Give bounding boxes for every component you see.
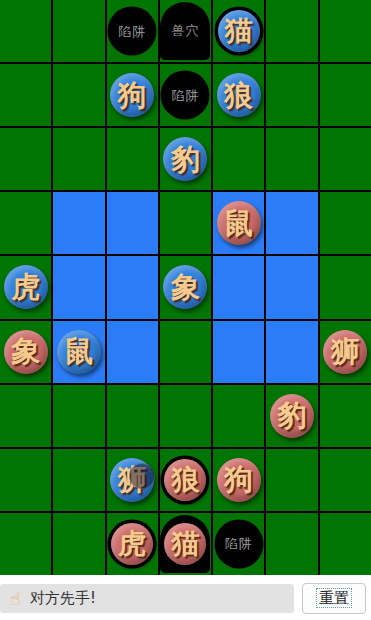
board-cell-r8c1[interactable] <box>53 513 104 575</box>
board-cell-r6c5[interactable]: 豹 <box>266 385 317 447</box>
board-cell-r1c5[interactable] <box>266 64 317 126</box>
board-cell-r4c2[interactable] <box>107 256 158 318</box>
board-cell-r1c4[interactable]: 狼 <box>213 64 264 126</box>
board-cell-r7c4[interactable]: 狗 <box>213 449 264 511</box>
board-cell-r5c3[interactable] <box>160 321 211 383</box>
trap-marker: 陷阱 <box>108 7 157 56</box>
board-cell-r3c1[interactable] <box>53 192 104 254</box>
board-cell-r1c6[interactable] <box>320 64 371 126</box>
board-cell-r0c5[interactable] <box>266 0 317 62</box>
reset-button-label: 重置 <box>317 589 351 607</box>
red-dog-piece[interactable]: 狗 <box>217 458 261 502</box>
trap-marker: 陷阱 <box>214 519 263 568</box>
board-cell-r5c6[interactable]: 狮 <box>320 321 371 383</box>
blue-cat-piece[interactable]: 猫 <box>218 10 260 52</box>
selection-marker <box>129 463 155 489</box>
blue-leopard-piece[interactable]: 豹 <box>163 137 207 181</box>
red-tiger-piece[interactable]: 虎 <box>111 523 153 565</box>
board-cell-r0c2[interactable]: 陷阱 <box>107 0 158 62</box>
board-cell-r2c1[interactable] <box>53 128 104 190</box>
board-cell-r3c6[interactable] <box>320 192 371 254</box>
board-cell-r8c4[interactable]: 陷阱 <box>213 513 264 575</box>
board-cell-r4c6[interactable] <box>320 256 371 318</box>
board-cell-r7c3[interactable]: 陷阱狼 <box>160 449 211 511</box>
red-lion-piece[interactable]: 狮 <box>323 330 367 374</box>
board-cell-r1c3[interactable]: 陷阱 <box>160 64 211 126</box>
board-cell-r8c6[interactable] <box>320 513 371 575</box>
board-cell-r3c2[interactable] <box>107 192 158 254</box>
blue-elephant-piece[interactable]: 象 <box>163 265 207 309</box>
board-cell-r5c2[interactable] <box>107 321 158 383</box>
board-cell-r5c5[interactable] <box>266 321 317 383</box>
board-cell-r2c4[interactable] <box>213 128 264 190</box>
board-cell-r5c1[interactable]: 鼠 <box>53 321 104 383</box>
board-cell-r0c6[interactable] <box>320 0 371 62</box>
board-cell-r7c5[interactable] <box>266 449 317 511</box>
board-cell-r0c4[interactable]: 陷阱猫 <box>213 0 264 62</box>
board-cell-r7c2[interactable]: 狮 <box>107 449 158 511</box>
board-cell-r4c0[interactable]: 虎 <box>0 256 51 318</box>
status-bar: ☝ 对方先手! 重置 <box>0 583 371 614</box>
board-cell-r8c3[interactable]: 兽穴猫 <box>160 513 211 575</box>
red-wolf-piece[interactable]: 狼 <box>164 459 206 501</box>
blue-wolf-piece[interactable]: 狼 <box>217 73 261 117</box>
board-cell-r3c3[interactable] <box>160 192 211 254</box>
board-cell-r3c4[interactable]: 鼠 <box>213 192 264 254</box>
board-cell-r6c2[interactable] <box>107 385 158 447</box>
board-cell-r5c4[interactable] <box>213 321 264 383</box>
board-cell-r3c5[interactable] <box>266 192 317 254</box>
red-cat-piece[interactable]: 猫 <box>164 523 206 565</box>
blue-dog-piece[interactable]: 狗 <box>110 73 154 117</box>
blue-rat-piece[interactable]: 鼠 <box>57 330 101 374</box>
board-cell-r0c1[interactable] <box>53 0 104 62</box>
board-cell-r1c0[interactable] <box>0 64 51 126</box>
board-cell-r4c5[interactable] <box>266 256 317 318</box>
board-cell-r7c1[interactable] <box>53 449 104 511</box>
reset-button[interactable]: 重置 <box>302 583 366 614</box>
pointing-hand-icon: ☝ <box>10 590 21 608</box>
jungle-board: 陷阱兽穴陷阱猫狗陷阱狼豹鼠虎象象鼠狮豹狮陷阱狼狗陷阱虎兽穴猫陷阱 <box>0 0 371 575</box>
board-cell-r2c2[interactable] <box>107 128 158 190</box>
trap-marker: 陷阱 <box>161 71 210 120</box>
board-cell-r6c0[interactable] <box>0 385 51 447</box>
red-rat-piece[interactable]: 鼠 <box>217 201 261 245</box>
board-cell-r4c3[interactable]: 象 <box>160 256 211 318</box>
board-cell-r0c3[interactable]: 兽穴 <box>160 0 211 62</box>
red-elephant-piece[interactable]: 象 <box>4 330 48 374</box>
den-marker: 兽穴 <box>160 2 210 60</box>
board-cell-r8c0[interactable] <box>0 513 51 575</box>
board-cell-r2c3[interactable]: 豹 <box>160 128 211 190</box>
board-cell-r2c0[interactable] <box>0 128 51 190</box>
board-cell-r6c6[interactable] <box>320 385 371 447</box>
board-cell-r2c6[interactable] <box>320 128 371 190</box>
board-cell-r6c1[interactable] <box>53 385 104 447</box>
board-cell-r6c3[interactable] <box>160 385 211 447</box>
board-cell-r1c1[interactable] <box>53 64 104 126</box>
board-cell-r6c4[interactable] <box>213 385 264 447</box>
board-cell-r8c2[interactable]: 陷阱虎 <box>107 513 158 575</box>
board-cell-r4c1[interactable] <box>53 256 104 318</box>
board-cell-r3c0[interactable] <box>0 192 51 254</box>
board-cell-r7c0[interactable] <box>0 449 51 511</box>
board-cell-r8c5[interactable] <box>266 513 317 575</box>
board-cell-r1c2[interactable]: 狗 <box>107 64 158 126</box>
board-cell-r7c6[interactable] <box>320 449 371 511</box>
board-cell-r0c0[interactable] <box>0 0 51 62</box>
status-message-box: ☝ 对方先手! <box>0 584 294 613</box>
red-leopard-piece[interactable]: 豹 <box>270 394 314 438</box>
board-cell-r4c4[interactable] <box>213 256 264 318</box>
board-cell-r5c0[interactable]: 象 <box>0 321 51 383</box>
status-text: 对方先手! <box>30 589 96 608</box>
blue-tiger-piece[interactable]: 虎 <box>4 265 48 309</box>
board-cell-r2c5[interactable] <box>266 128 317 190</box>
